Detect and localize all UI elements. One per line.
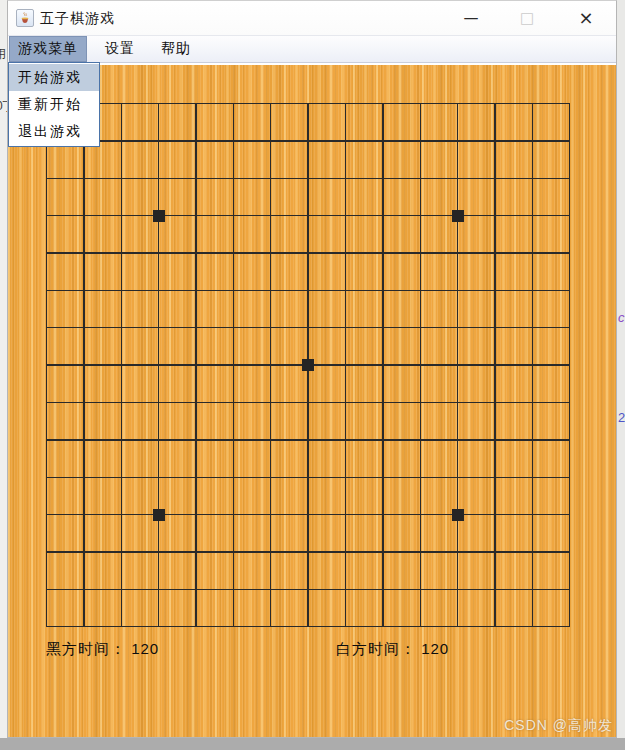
star-point (153, 509, 165, 521)
grid-line-v (457, 103, 458, 627)
background-text-fragment: 0丁 (0, 98, 7, 115)
menu-item-game-menu[interactable]: 游戏菜单 (9, 36, 87, 62)
star-point (452, 210, 464, 222)
java-app-icon (16, 9, 34, 27)
grid-line-h (46, 551, 570, 552)
grid-line-v (494, 103, 495, 627)
desktop-background-bottom (0, 738, 625, 750)
desktop-background-left: 用 0丁 (0, 0, 7, 750)
background-text-fragment: 用 (0, 46, 6, 63)
watermark: CSDN @高帅发 (504, 717, 613, 735)
grid-line-v (569, 103, 570, 627)
grid-line-v (420, 103, 421, 627)
white-timer-value: 120 (421, 640, 449, 657)
menu-item-start-game[interactable]: 开始游戏 (9, 64, 99, 91)
grid-line-v (382, 103, 383, 627)
star-point (452, 509, 464, 521)
grid-line-h (46, 589, 570, 590)
coffee-cup-icon (18, 11, 32, 25)
grid-line-h (46, 439, 570, 440)
menu-item-settings[interactable]: 设置 (97, 36, 143, 62)
black-timer-label: 黑方时间： (46, 640, 126, 657)
star-point (153, 210, 165, 222)
grid-line-h (46, 626, 570, 627)
game-menu-popup: 开始游戏 重新开始 退出游戏 (8, 62, 100, 147)
background-text-fragment: c (618, 310, 625, 325)
desktop-background-right: c 2 (617, 0, 625, 750)
title-bar: 五子棋游戏 — □ × (8, 1, 616, 35)
black-timer-value: 120 (131, 640, 159, 657)
white-timer: 白方时间： 120 (336, 640, 449, 659)
menu-item-restart[interactable]: 重新开始 (9, 91, 99, 118)
grid-line-v (345, 103, 346, 627)
grid-line-h (46, 477, 570, 478)
maximize-button[interactable]: □ (505, 1, 549, 34)
background-text-fragment: 2 (618, 410, 625, 425)
black-timer: 黑方时间： 120 (46, 640, 159, 659)
menu-item-exit-game[interactable]: 退出游戏 (9, 118, 99, 145)
window-title: 五子棋游戏 (40, 10, 115, 28)
white-timer-label: 白方时间： (336, 640, 416, 657)
close-button[interactable]: × (564, 1, 608, 34)
grid-line-h (46, 514, 570, 515)
star-point (302, 359, 314, 371)
grid-line-v (532, 103, 533, 627)
minimize-button[interactable]: — (449, 1, 493, 34)
board-panel: 黑方时间： 120 白方时间： 120 CSDN @高帅发 (8, 65, 616, 737)
menu-bar: 游戏菜单 设置 帮助 (8, 35, 616, 63)
menu-item-help[interactable]: 帮助 (153, 36, 199, 62)
grid-line-h (46, 402, 570, 403)
board-grid[interactable] (46, 103, 570, 627)
